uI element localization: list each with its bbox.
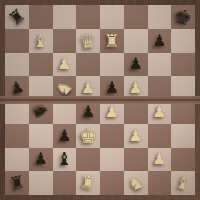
- white-rook[interactable]: ♜: [79, 173, 98, 194]
- square-e7[interactable]: ♜: [100, 29, 124, 53]
- square-e1[interactable]: [100, 171, 124, 195]
- white-queen[interactable]: ♛: [78, 29, 99, 51]
- square-c1[interactable]: [53, 171, 77, 195]
- square-e8[interactable]: [100, 5, 124, 29]
- square-a3[interactable]: [5, 124, 29, 148]
- black-pawn[interactable]: ♟: [8, 79, 26, 98]
- white-bishop[interactable]: ♝: [173, 173, 193, 194]
- square-b2[interactable]: ♟: [29, 148, 53, 172]
- black-rook[interactable]: ♜: [5, 5, 29, 29]
- square-d2[interactable]: [76, 148, 100, 172]
- square-e2[interactable]: [100, 148, 124, 172]
- white-pawn[interactable]: ♟: [128, 80, 142, 96]
- square-g3[interactable]: [148, 124, 172, 148]
- white-rook[interactable]: ♜: [104, 32, 120, 50]
- square-d1[interactable]: ♜: [76, 171, 100, 195]
- white-pawn[interactable]: ♟: [105, 104, 119, 120]
- square-a2[interactable]: [5, 148, 29, 172]
- square-h8[interactable]: ♚: [171, 5, 195, 29]
- black-pawn[interactable]: ♟: [57, 128, 71, 144]
- white-pawn[interactable]: ♟: [128, 128, 142, 144]
- black-king[interactable]: ♚: [172, 5, 195, 30]
- square-f2[interactable]: [124, 148, 148, 172]
- square-c7[interactable]: [53, 29, 77, 53]
- white-pawn[interactable]: ♟: [152, 104, 166, 120]
- square-e6[interactable]: [100, 53, 124, 77]
- square-f7[interactable]: [124, 29, 148, 53]
- chessboard-photo: ♜♚♝♛♜♟♟♟♟♞♟♟♟♞♟♟♟♟♚♟♟♝♟♜♜♞♝: [0, 0, 200, 200]
- square-h2[interactable]: [171, 148, 195, 172]
- square-c3[interactable]: ♟: [53, 124, 77, 148]
- square-h7[interactable]: [171, 29, 195, 53]
- square-g7[interactable]: ♟: [148, 29, 172, 53]
- square-f1[interactable]: ♞: [124, 171, 148, 195]
- square-a7[interactable]: [5, 29, 29, 53]
- square-a1[interactable]: ♜: [5, 171, 29, 195]
- square-b6[interactable]: [29, 53, 53, 77]
- square-d6[interactable]: [76, 53, 100, 77]
- board-fold-hinge: [0, 96, 200, 104]
- square-g2[interactable]: ♟: [148, 148, 172, 172]
- white-pawn[interactable]: ♟: [81, 80, 95, 96]
- square-d3[interactable]: ♚: [76, 124, 100, 148]
- square-g1[interactable]: [148, 171, 172, 195]
- square-h3[interactable]: [171, 124, 195, 148]
- square-f8[interactable]: [124, 5, 148, 29]
- white-knight[interactable]: ♞: [125, 172, 147, 195]
- black-rook[interactable]: ♜: [7, 173, 27, 194]
- square-h6[interactable]: [171, 53, 195, 77]
- black-knight[interactable]: ♞: [30, 102, 51, 122]
- white-pawn[interactable]: ♟: [57, 56, 71, 72]
- square-a6[interactable]: [5, 53, 29, 77]
- square-b3[interactable]: [29, 124, 53, 148]
- square-f3[interactable]: ♟: [124, 124, 148, 148]
- square-d7[interactable]: ♛: [76, 29, 100, 53]
- black-pawn[interactable]: ♟: [105, 80, 119, 96]
- square-h1[interactable]: ♝: [171, 171, 195, 195]
- black-pawn[interactable]: ♟: [128, 56, 142, 72]
- square-c6[interactable]: ♟: [53, 53, 77, 77]
- square-c2[interactable]: ♝: [53, 148, 77, 172]
- square-b8[interactable]: [29, 5, 53, 29]
- square-a8[interactable]: ♜: [5, 5, 29, 29]
- square-d8[interactable]: [76, 5, 100, 29]
- white-pawn[interactable]: ♟: [152, 151, 166, 167]
- square-b1[interactable]: [29, 171, 53, 195]
- square-g6[interactable]: [148, 53, 172, 77]
- black-bishop[interactable]: ♝: [56, 150, 72, 168]
- white-bishop[interactable]: ♝: [33, 32, 49, 50]
- black-pawn[interactable]: ♟: [81, 104, 95, 120]
- square-e3[interactable]: [100, 124, 124, 148]
- black-pawn[interactable]: ♟: [152, 33, 166, 49]
- square-g8[interactable]: [148, 5, 172, 29]
- black-pawn[interactable]: ♟: [33, 151, 47, 167]
- square-c8[interactable]: [53, 5, 77, 29]
- white-king[interactable]: ♚: [79, 126, 97, 146]
- square-f6[interactable]: ♟: [124, 53, 148, 77]
- square-b7[interactable]: ♝: [29, 29, 53, 53]
